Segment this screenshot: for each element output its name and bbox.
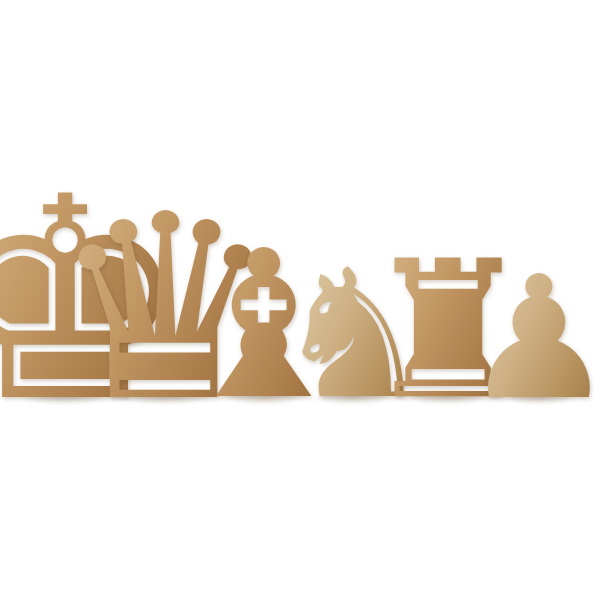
pawn-piece: ♟	[454, 253, 600, 423]
photo-canvas: ♚ ♛ ♝ ♞ ♜ ♟	[0, 0, 600, 600]
